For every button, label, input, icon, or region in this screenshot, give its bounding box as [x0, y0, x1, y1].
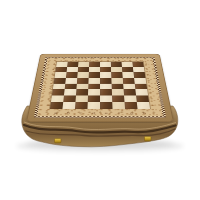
chess-board [50, 62, 150, 109]
square-e1 [100, 102, 113, 109]
chess-board-case: abcdefgh [26, 54, 174, 122]
square-a1 [50, 102, 63, 109]
file-label-a: a [49, 110, 62, 115]
file-label-g: g [125, 110, 138, 115]
file-label-b: b [62, 110, 75, 115]
file-label-d: d [87, 110, 100, 115]
square-c1 [75, 102, 88, 109]
board-outer-rim: abcdefgh [26, 54, 174, 122]
product-photo: abcdefgh [0, 0, 200, 200]
brass-latch-right [145, 137, 152, 142]
square-b1 [62, 102, 75, 109]
square-h1 [137, 102, 150, 109]
square-g1 [125, 102, 138, 109]
mosaic-inlay-border: abcdefgh [34, 57, 166, 118]
square-f1 [112, 102, 125, 109]
file-label-f: f [113, 110, 126, 115]
file-label-c: c [74, 110, 87, 115]
file-labels: abcdefgh [49, 110, 151, 115]
file-label-e: e [100, 110, 113, 115]
burl-frame: abcdefgh [37, 58, 163, 117]
square-d1 [87, 102, 100, 109]
file-label-h: h [138, 110, 151, 115]
brass-latch-left [55, 139, 62, 144]
